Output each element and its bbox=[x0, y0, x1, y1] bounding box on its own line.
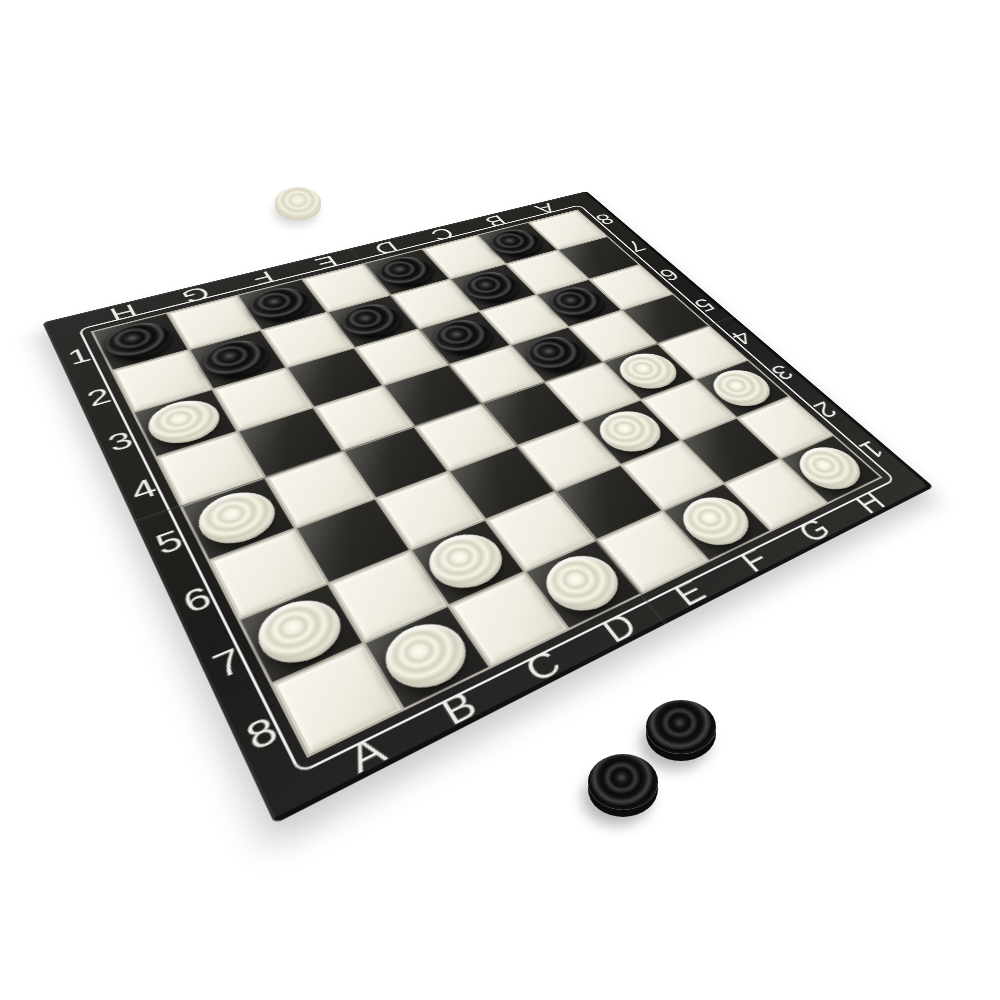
file-label-top-C: C bbox=[427, 225, 458, 243]
file-label-top-D: D bbox=[370, 239, 402, 258]
file-label-top-E: E bbox=[311, 253, 342, 272]
loose-checker-black-2 bbox=[646, 700, 716, 754]
product-photo-scene: HGFEDCBAABCDEFGH1234567887654321 bbox=[0, 0, 1000, 1000]
rank-label-left-3: 3 bbox=[104, 427, 137, 456]
file-label-bottom-C: C bbox=[518, 644, 567, 688]
file-label-bottom-E: E bbox=[668, 574, 712, 611]
file-label-bottom-H: H bbox=[849, 487, 891, 518]
rank-label-left-4: 4 bbox=[127, 474, 162, 505]
file-label-bottom-F: F bbox=[734, 544, 775, 577]
loose-checker-black-3 bbox=[588, 754, 658, 810]
file-label-top-F: F bbox=[248, 268, 278, 288]
file-label-bottom-A: A bbox=[342, 729, 392, 780]
checkers-board: HGFEDCBAABCDEFGH1234567887654321 bbox=[42, 191, 933, 824]
board-grid bbox=[91, 209, 883, 757]
rank-label-left-2: 2 bbox=[83, 384, 114, 410]
file-label-bottom-D: D bbox=[596, 608, 643, 649]
file-label-bottom-B: B bbox=[435, 685, 483, 731]
loose-checker-white-1 bbox=[275, 187, 321, 217]
file-label-top-A: A bbox=[532, 201, 561, 217]
file-label-top-B: B bbox=[481, 213, 510, 230]
rank-label-left-1: 1 bbox=[64, 344, 94, 368]
rank-label-left-6: 6 bbox=[178, 581, 216, 619]
rank-label-left-7: 7 bbox=[208, 642, 249, 684]
file-label-bottom-G: G bbox=[792, 514, 837, 548]
rank-label-left-8: 8 bbox=[240, 710, 283, 757]
rank-label-left-5: 5 bbox=[151, 525, 187, 559]
